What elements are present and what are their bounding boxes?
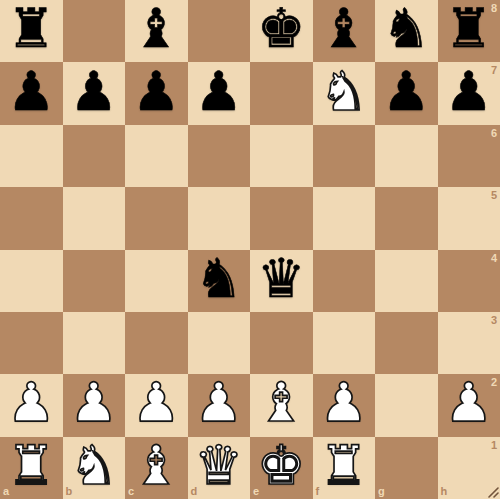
square-f8[interactable]: ♝ (313, 0, 376, 62)
rank-label-3: 3 (491, 315, 497, 326)
square-b5[interactable] (63, 187, 126, 249)
square-g4[interactable] (375, 250, 438, 312)
square-g1[interactable]: g (375, 437, 438, 499)
square-e8[interactable]: ♚ (250, 0, 313, 62)
board-resize-handle[interactable] (486, 485, 499, 498)
piece-white-pawn-b2[interactable]: ♟ (70, 376, 118, 430)
square-h2[interactable]: ♟2 (438, 374, 500, 436)
square-a2[interactable]: ♟ (0, 374, 63, 436)
piece-white-pawn-d2[interactable]: ♟ (195, 376, 243, 430)
square-f4[interactable] (313, 250, 376, 312)
square-a7[interactable]: ♟ (0, 62, 63, 124)
square-d3[interactable] (188, 312, 251, 374)
square-h6[interactable]: 6 (438, 125, 500, 187)
rank-label-1: 1 (491, 440, 497, 451)
square-a4[interactable] (0, 250, 63, 312)
piece-white-queen-d1[interactable]: ♛ (195, 439, 243, 493)
square-e7[interactable] (250, 62, 313, 124)
piece-white-pawn-f2[interactable]: ♟ (320, 376, 368, 430)
square-f3[interactable] (313, 312, 376, 374)
piece-black-pawn-a7[interactable]: ♟ (7, 65, 55, 119)
square-d2[interactable]: ♟ (188, 374, 251, 436)
square-e6[interactable] (250, 125, 313, 187)
square-c2[interactable]: ♟ (125, 374, 188, 436)
square-d6[interactable] (188, 125, 251, 187)
rank-label-7: 7 (491, 65, 497, 76)
square-e1[interactable]: ♚e (250, 437, 313, 499)
piece-black-knight-d4[interactable]: ♞ (195, 252, 243, 306)
square-h1[interactable]: 1h (438, 437, 500, 499)
piece-black-knight-g8[interactable]: ♞ (382, 2, 430, 56)
square-b6[interactable] (63, 125, 126, 187)
square-g2[interactable] (375, 374, 438, 436)
square-a5[interactable] (0, 187, 63, 249)
square-a8[interactable]: ♜ (0, 0, 63, 62)
square-h3[interactable]: 3 (438, 312, 500, 374)
piece-black-pawn-b7[interactable]: ♟ (70, 65, 118, 119)
piece-black-rook-h8[interactable]: ♜ (445, 2, 493, 56)
square-h5[interactable]: 5 (438, 187, 500, 249)
rank-label-8: 8 (491, 3, 497, 14)
piece-white-rook-f1[interactable]: ♜ (320, 439, 368, 493)
square-d4[interactable]: ♞ (188, 250, 251, 312)
piece-white-knight-b1[interactable]: ♞ (70, 439, 118, 493)
piece-white-bishop-c1[interactable]: ♝ (132, 439, 180, 493)
chess-board: ♜♝♚♝♞♜8♟♟♟♟♞♟♟765♞♛43♟♟♟♟♝♟♟2♜a♞b♝c♛d♚e♜… (0, 0, 500, 499)
square-c4[interactable] (125, 250, 188, 312)
piece-white-pawn-a2[interactable]: ♟ (7, 376, 55, 430)
square-c5[interactable] (125, 187, 188, 249)
piece-white-pawn-c2[interactable]: ♟ (132, 376, 180, 430)
square-g8[interactable]: ♞ (375, 0, 438, 62)
square-d5[interactable] (188, 187, 251, 249)
rank-label-2: 2 (491, 377, 497, 388)
square-g5[interactable] (375, 187, 438, 249)
square-a6[interactable] (0, 125, 63, 187)
rank-label-4: 4 (491, 253, 497, 264)
square-f5[interactable] (313, 187, 376, 249)
square-c8[interactable]: ♝ (125, 0, 188, 62)
square-e4[interactable]: ♛ (250, 250, 313, 312)
square-a3[interactable] (0, 312, 63, 374)
square-g6[interactable] (375, 125, 438, 187)
piece-black-bishop-c8[interactable]: ♝ (132, 2, 180, 56)
file-label-a: a (3, 486, 9, 497)
square-e5[interactable] (250, 187, 313, 249)
piece-white-pawn-h2[interactable]: ♟ (445, 376, 493, 430)
square-h7[interactable]: ♟7 (438, 62, 500, 124)
piece-black-pawn-d7[interactable]: ♟ (195, 65, 243, 119)
rank-label-6: 6 (491, 128, 497, 139)
square-b1[interactable]: ♞b (63, 437, 126, 499)
square-e2[interactable]: ♝ (250, 374, 313, 436)
piece-black-king-e8[interactable]: ♚ (257, 2, 305, 56)
piece-black-pawn-h7[interactable]: ♟ (445, 65, 493, 119)
file-label-f: f (316, 486, 320, 497)
file-label-e: e (253, 486, 259, 497)
file-label-c: c (128, 486, 134, 497)
square-g3[interactable] (375, 312, 438, 374)
piece-black-pawn-g7[interactable]: ♟ (382, 65, 430, 119)
piece-black-rook-a8[interactable]: ♜ (7, 2, 55, 56)
square-f1[interactable]: ♜f (313, 437, 376, 499)
square-b3[interactable] (63, 312, 126, 374)
square-c6[interactable] (125, 125, 188, 187)
square-h4[interactable]: 4 (438, 250, 500, 312)
square-b2[interactable]: ♟ (63, 374, 126, 436)
square-d8[interactable] (188, 0, 251, 62)
square-b4[interactable] (63, 250, 126, 312)
square-c3[interactable] (125, 312, 188, 374)
square-b7[interactable]: ♟ (63, 62, 126, 124)
square-f6[interactable] (313, 125, 376, 187)
square-f2[interactable]: ♟ (313, 374, 376, 436)
square-g7[interactable]: ♟ (375, 62, 438, 124)
piece-white-rook-a1[interactable]: ♜ (7, 439, 55, 493)
square-c7[interactable]: ♟ (125, 62, 188, 124)
piece-white-bishop-e2[interactable]: ♝ (257, 376, 305, 430)
square-d7[interactable]: ♟ (188, 62, 251, 124)
piece-black-queen-e4[interactable]: ♛ (257, 252, 305, 306)
piece-white-knight-f7[interactable]: ♞ (320, 65, 368, 119)
file-label-d: d (191, 486, 198, 497)
square-f7[interactable]: ♞ (313, 62, 376, 124)
square-d1[interactable]: ♛d (188, 437, 251, 499)
piece-black-pawn-c7[interactable]: ♟ (132, 65, 180, 119)
square-h8[interactable]: ♜8 (438, 0, 500, 62)
square-a1[interactable]: ♜a (0, 437, 63, 499)
piece-white-king-e1[interactable]: ♚ (257, 439, 305, 493)
square-b8[interactable] (63, 0, 126, 62)
file-label-h: h (441, 486, 448, 497)
square-c1[interactable]: ♝c (125, 437, 188, 499)
rank-label-5: 5 (491, 190, 497, 201)
square-e3[interactable] (250, 312, 313, 374)
piece-black-bishop-f8[interactable]: ♝ (320, 2, 368, 56)
file-label-b: b (66, 486, 73, 497)
file-label-g: g (378, 486, 385, 497)
